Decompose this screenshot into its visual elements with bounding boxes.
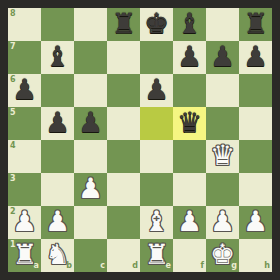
white-rook-e1[interactable]: ♜ [140,239,173,272]
rank-label-5: 5 [10,109,16,117]
board-frame: 8♜♚♝♜7♝♟♟♟6♟♟5♟♟♛4♛3♟2♟♟♝♟♟♟1a♜b♞cde♜fg♚… [0,0,280,280]
white-pawn-b2[interactable]: ♟ [41,206,74,239]
square-d8[interactable]: ♜ [107,8,140,41]
white-pawn-a2[interactable]: ♟ [8,206,41,239]
square-h5[interactable] [239,107,272,140]
square-a4[interactable]: 4 [8,140,41,173]
black-pawn-a6[interactable]: ♟ [8,74,41,107]
square-c2[interactable] [74,206,107,239]
chess-board: 8♜♚♝♜7♝♟♟♟6♟♟5♟♟♛4♛3♟2♟♟♝♟♟♟1a♜b♞cde♜fg♚… [8,8,272,272]
square-h7[interactable]: ♟ [239,41,272,74]
black-pawn-c5[interactable]: ♟ [74,107,107,140]
black-queen-f5[interactable]: ♛ [173,107,206,140]
square-c3[interactable]: ♟ [74,173,107,206]
square-a7[interactable]: 7 [8,41,41,74]
square-f8[interactable]: ♝ [173,8,206,41]
rank-label-7: 7 [10,43,16,51]
white-king-g1[interactable]: ♚ [206,239,239,272]
square-d6[interactable] [107,74,140,107]
white-knight-b1[interactable]: ♞ [41,239,74,272]
square-f6[interactable] [173,74,206,107]
square-e1[interactable]: e♜ [140,239,173,272]
square-h4[interactable] [239,140,272,173]
square-f1[interactable]: f [173,239,206,272]
black-bishop-b7[interactable]: ♝ [41,41,74,74]
white-queen-g4[interactable]: ♛ [206,140,239,173]
square-a2[interactable]: 2♟ [8,206,41,239]
white-pawn-h2[interactable]: ♟ [239,206,272,239]
square-h1[interactable]: h [239,239,272,272]
square-e6[interactable]: ♟ [140,74,173,107]
square-d7[interactable] [107,41,140,74]
square-c7[interactable] [74,41,107,74]
file-label-h: h [264,262,270,270]
square-c4[interactable] [74,140,107,173]
file-label-d: d [132,262,138,270]
square-d5[interactable] [107,107,140,140]
square-e2[interactable]: ♝ [140,206,173,239]
black-pawn-g7[interactable]: ♟ [206,41,239,74]
square-h3[interactable] [239,173,272,206]
square-a1[interactable]: 1a♜ [8,239,41,272]
square-e8[interactable]: ♚ [140,8,173,41]
square-f4[interactable] [173,140,206,173]
square-b7[interactable]: ♝ [41,41,74,74]
white-pawn-c3[interactable]: ♟ [74,173,107,206]
square-h6[interactable] [239,74,272,107]
square-b5[interactable]: ♟ [41,107,74,140]
square-b2[interactable]: ♟ [41,206,74,239]
file-label-f: f [201,262,204,270]
square-b8[interactable] [41,8,74,41]
square-f5[interactable]: ♛ [173,107,206,140]
square-b4[interactable] [41,140,74,173]
white-rook-a1[interactable]: ♜ [8,239,41,272]
square-e5[interactable] [140,107,173,140]
square-g7[interactable]: ♟ [206,41,239,74]
square-c1[interactable]: c [74,239,107,272]
black-rook-h8[interactable]: ♜ [239,8,272,41]
square-b1[interactable]: b♞ [41,239,74,272]
square-b3[interactable] [41,173,74,206]
square-a3[interactable]: 3 [8,173,41,206]
square-g8[interactable] [206,8,239,41]
square-c5[interactable]: ♟ [74,107,107,140]
square-e3[interactable] [140,173,173,206]
rank-label-8: 8 [10,10,16,18]
square-f7[interactable]: ♟ [173,41,206,74]
square-a6[interactable]: 6♟ [8,74,41,107]
black-rook-d8[interactable]: ♜ [107,8,140,41]
square-d2[interactable] [107,206,140,239]
black-pawn-f7[interactable]: ♟ [173,41,206,74]
square-g5[interactable] [206,107,239,140]
square-a8[interactable]: 8 [8,8,41,41]
square-a5[interactable]: 5 [8,107,41,140]
black-pawn-h7[interactable]: ♟ [239,41,272,74]
square-g1[interactable]: g♚ [206,239,239,272]
black-bishop-f8[interactable]: ♝ [173,8,206,41]
square-h8[interactable]: ♜ [239,8,272,41]
square-f3[interactable] [173,173,206,206]
square-h2[interactable]: ♟ [239,206,272,239]
square-d3[interactable] [107,173,140,206]
rank-label-4: 4 [10,142,16,150]
square-b6[interactable] [41,74,74,107]
square-d1[interactable]: d [107,239,140,272]
square-d4[interactable] [107,140,140,173]
square-g2[interactable]: ♟ [206,206,239,239]
white-pawn-f2[interactable]: ♟ [173,206,206,239]
square-g4[interactable]: ♛ [206,140,239,173]
white-pawn-g2[interactable]: ♟ [206,206,239,239]
square-e4[interactable] [140,140,173,173]
square-g6[interactable] [206,74,239,107]
black-king-e8[interactable]: ♚ [140,8,173,41]
square-e7[interactable] [140,41,173,74]
square-c6[interactable] [74,74,107,107]
black-pawn-e6[interactable]: ♟ [140,74,173,107]
square-g3[interactable] [206,173,239,206]
square-f2[interactable]: ♟ [173,206,206,239]
rank-label-3: 3 [10,175,16,183]
square-c8[interactable] [74,8,107,41]
white-bishop-e2[interactable]: ♝ [140,206,173,239]
black-pawn-b5[interactable]: ♟ [41,107,74,140]
file-label-c: c [100,262,105,270]
